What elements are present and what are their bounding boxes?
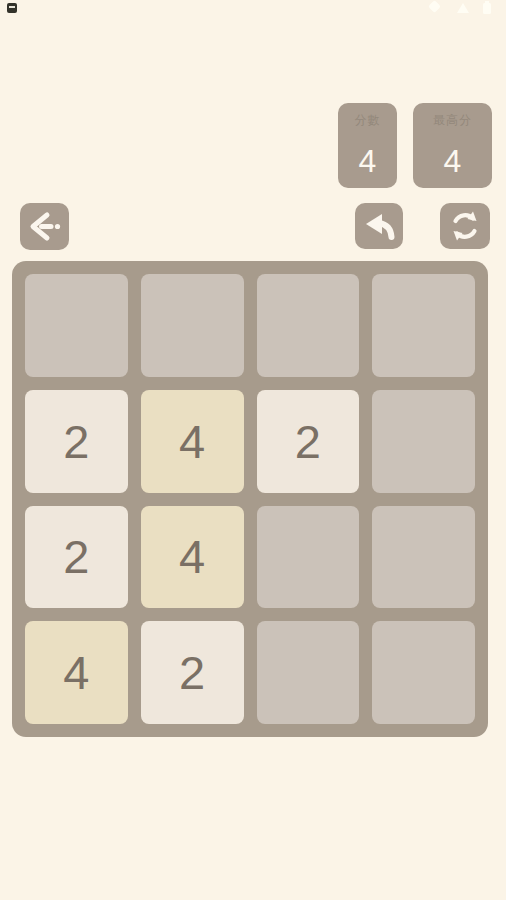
cell-r1-c0: 2 [25,390,128,493]
cell-r2-c3 [372,506,475,609]
best-score-value: 4 [444,145,462,177]
status-bar [0,0,506,18]
undo-button[interactable] [355,203,403,249]
cell-r3-c2 [257,621,360,724]
cell-r0-c0 [25,274,128,377]
cell-r2-c2 [257,506,360,609]
score-value: 4 [359,145,377,177]
best-score-label: 最高分 [433,112,472,129]
battery-icon [483,3,491,14]
cell-r0-c2 [257,274,360,377]
wifi-icon [457,3,469,13]
cell-r1-c1: 4 [141,390,244,493]
refresh-icon [440,203,490,249]
alarm-icon [428,0,441,13]
cell-r3-c3 [372,621,475,724]
game-board[interactable]: 2 4 2 2 4 4 2 [12,261,488,737]
notification-icon [7,3,17,13]
undo-arrow-icon [355,203,403,249]
cell-r2-c1: 4 [141,506,244,609]
back-button[interactable] [20,203,69,250]
cell-r3-c1: 2 [141,621,244,724]
cell-r1-c2: 2 [257,390,360,493]
cell-r0-c1 [141,274,244,377]
cell-r3-c0: 4 [25,621,128,724]
restart-button[interactable] [440,203,490,249]
best-score-box: 最高分 4 [413,103,492,188]
cell-r2-c0: 2 [25,506,128,609]
back-arrow-icon [20,203,69,250]
cell-r1-c3 [372,390,475,493]
cell-r0-c3 [372,274,475,377]
score-box: 分數 4 [338,103,397,188]
score-label: 分數 [355,112,381,129]
app-screen: 分數 4 最高分 4 [0,0,506,900]
